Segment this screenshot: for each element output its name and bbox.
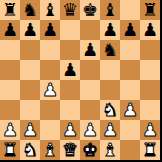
black-knight: ♞ (102, 40, 118, 60)
square-e2[interactable]: ♟ (80, 120, 100, 140)
square-e7[interactable] (80, 20, 100, 40)
square-e3[interactable] (80, 100, 100, 120)
black-queen: ♛ (62, 0, 78, 20)
square-g5[interactable] (120, 60, 140, 80)
square-b7[interactable]: ♟ (20, 20, 40, 40)
square-f7[interactable]: ♟ (100, 20, 120, 40)
square-g6[interactable] (120, 40, 140, 60)
square-e4[interactable] (80, 80, 100, 100)
square-f4[interactable] (100, 80, 120, 100)
square-d2[interactable]: ♟ (60, 120, 80, 140)
white-pawn: ♟ (102, 120, 118, 140)
square-h7[interactable]: ♟ (140, 20, 160, 40)
white-rook: ♜ (2, 140, 18, 160)
square-g2[interactable] (120, 120, 140, 140)
square-f5[interactable] (100, 60, 120, 80)
black-pawn: ♟ (142, 20, 158, 40)
white-pawn: ♟ (2, 120, 18, 140)
white-pawn: ♟ (22, 120, 38, 140)
black-rook: ♜ (142, 0, 158, 20)
square-b4[interactable] (20, 80, 40, 100)
white-pawn: ♟ (82, 120, 98, 140)
square-f2[interactable]: ♟ (100, 120, 120, 140)
square-a8[interactable]: ♜ (0, 0, 20, 20)
square-a6[interactable] (0, 40, 20, 60)
white-rook: ♜ (142, 140, 158, 160)
square-c1[interactable]: ♝ (40, 140, 60, 160)
black-knight: ♞ (22, 0, 38, 20)
square-d5[interactable]: ♟ (60, 60, 80, 80)
square-b6[interactable] (20, 40, 40, 60)
square-h1[interactable]: ♜ (140, 140, 160, 160)
square-b8[interactable]: ♞ (20, 0, 40, 20)
white-pawn: ♟ (42, 80, 58, 100)
square-d6[interactable] (60, 40, 80, 60)
white-pawn: ♟ (122, 100, 138, 120)
square-h6[interactable] (140, 40, 160, 60)
square-b5[interactable] (20, 60, 40, 80)
square-c7[interactable]: ♟ (40, 20, 60, 40)
square-g4[interactable] (120, 80, 140, 100)
square-h8[interactable]: ♜ (140, 0, 160, 20)
white-knight: ♞ (22, 140, 38, 160)
square-b1[interactable]: ♞ (20, 140, 40, 160)
square-h5[interactable] (140, 60, 160, 80)
square-d4[interactable] (60, 80, 80, 100)
square-f1[interactable]: ♝ (100, 140, 120, 160)
white-queen: ♛ (62, 140, 78, 160)
square-d7[interactable] (60, 20, 80, 40)
square-c3[interactable] (40, 100, 60, 120)
square-f8[interactable]: ♝ (100, 0, 120, 20)
square-e8[interactable]: ♚ (80, 0, 100, 20)
square-d1[interactable]: ♛ (60, 140, 80, 160)
square-g3[interactable]: ♟ (120, 100, 140, 120)
black-bishop: ♝ (102, 0, 118, 20)
square-d8[interactable]: ♛ (60, 0, 80, 20)
black-pawn: ♟ (62, 60, 78, 80)
square-d3[interactable] (60, 100, 80, 120)
square-h4[interactable] (140, 80, 160, 100)
square-c8[interactable]: ♝ (40, 0, 60, 20)
square-a5[interactable] (0, 60, 20, 80)
square-a7[interactable]: ♟ (0, 20, 20, 40)
square-f3[interactable]: ♞ (100, 100, 120, 120)
black-pawn: ♟ (22, 20, 38, 40)
square-e6[interactable]: ♟ (80, 40, 100, 60)
square-g8[interactable] (120, 0, 140, 20)
white-king: ♚ (82, 140, 98, 160)
black-king: ♚ (82, 0, 98, 20)
square-c4[interactable]: ♟ (40, 80, 60, 100)
white-knight: ♞ (102, 100, 118, 120)
square-b2[interactable]: ♟ (20, 120, 40, 140)
square-a4[interactable] (0, 80, 20, 100)
black-bishop: ♝ (42, 0, 58, 20)
square-a2[interactable]: ♟ (0, 120, 20, 140)
black-pawn: ♟ (2, 20, 18, 40)
square-c5[interactable] (40, 60, 60, 80)
board-grid: ♜♞♝♛♚♝♜♟♟♟♟♟♟♟♞♟♟♞♟♟♟♟♟♟♟♜♞♝♛♚♝♜ (0, 0, 160, 160)
white-bishop: ♝ (102, 140, 118, 160)
black-rook: ♜ (2, 0, 18, 20)
square-c2[interactable] (40, 120, 60, 140)
square-h2[interactable]: ♟ (140, 120, 160, 140)
square-h3[interactable] (140, 100, 160, 120)
black-pawn: ♟ (122, 20, 138, 40)
square-b3[interactable] (20, 100, 40, 120)
square-g7[interactable]: ♟ (120, 20, 140, 40)
square-a3[interactable] (0, 100, 20, 120)
square-e1[interactable]: ♚ (80, 140, 100, 160)
black-pawn: ♟ (102, 20, 118, 40)
square-f6[interactable]: ♞ (100, 40, 120, 60)
white-pawn: ♟ (62, 120, 78, 140)
white-bishop: ♝ (42, 140, 58, 160)
square-a1[interactable]: ♜ (0, 140, 20, 160)
black-pawn: ♟ (42, 20, 58, 40)
chess-board: ♜♞♝♛♚♝♜♟♟♟♟♟♟♟♞♟♟♞♟♟♟♟♟♟♟♜♞♝♛♚♝♜ (0, 0, 162, 162)
black-pawn: ♟ (82, 40, 98, 60)
square-e5[interactable] (80, 60, 100, 80)
square-g1[interactable] (120, 140, 140, 160)
white-pawn: ♟ (142, 120, 158, 140)
square-c6[interactable] (40, 40, 60, 60)
